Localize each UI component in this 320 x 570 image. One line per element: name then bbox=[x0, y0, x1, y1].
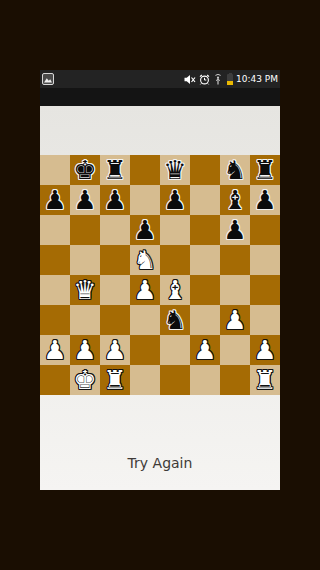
square-c3[interactable] bbox=[100, 305, 130, 335]
square-g4[interactable] bbox=[220, 275, 250, 305]
status-bar: 10:43 PM bbox=[40, 70, 280, 88]
square-c8[interactable]: ♜ bbox=[100, 155, 130, 185]
phone-screenshot: 10:43 PM ♚♜♛♞♜♟♟♟♟♝♟♟♟♞♛♟♝♞♟♟♟♟♟♟♚♜♜ Try… bbox=[40, 70, 280, 490]
square-f1[interactable] bbox=[190, 365, 220, 395]
square-a5[interactable] bbox=[40, 245, 70, 275]
square-e3[interactable]: ♞ bbox=[160, 305, 190, 335]
square-h7[interactable]: ♟ bbox=[250, 185, 280, 215]
square-b1[interactable]: ♚ bbox=[70, 365, 100, 395]
square-f7[interactable] bbox=[190, 185, 220, 215]
square-f8[interactable] bbox=[190, 155, 220, 185]
black-king: ♚ bbox=[73, 155, 96, 185]
app-header-strip bbox=[40, 88, 280, 106]
square-c4[interactable] bbox=[100, 275, 130, 305]
square-g7[interactable]: ♝ bbox=[220, 185, 250, 215]
square-e5[interactable] bbox=[160, 245, 190, 275]
black-rook: ♜ bbox=[253, 155, 276, 185]
white-king: ♚ bbox=[73, 365, 96, 395]
square-d8[interactable] bbox=[130, 155, 160, 185]
battery-icon bbox=[227, 74, 233, 85]
white-rook: ♜ bbox=[253, 365, 276, 395]
square-c7[interactable]: ♟ bbox=[100, 185, 130, 215]
chess-board[interactable]: ♚♜♛♞♜♟♟♟♟♝♟♟♟♞♛♟♝♞♟♟♟♟♟♟♚♜♜ bbox=[40, 155, 280, 395]
white-pawn: ♟ bbox=[43, 335, 66, 365]
black-pawn: ♟ bbox=[43, 185, 66, 215]
black-pawn: ♟ bbox=[223, 215, 246, 245]
square-b8[interactable]: ♚ bbox=[70, 155, 100, 185]
square-h6[interactable] bbox=[250, 215, 280, 245]
black-queen: ♛ bbox=[163, 155, 186, 185]
gallery-notification-icon bbox=[42, 73, 54, 85]
square-e4[interactable]: ♝ bbox=[160, 275, 190, 305]
square-g1[interactable] bbox=[220, 365, 250, 395]
square-f2[interactable]: ♟ bbox=[190, 335, 220, 365]
white-pawn: ♟ bbox=[223, 305, 246, 335]
black-bishop: ♝ bbox=[223, 185, 246, 215]
square-b4[interactable]: ♛ bbox=[70, 275, 100, 305]
square-h4[interactable] bbox=[250, 275, 280, 305]
square-a2[interactable]: ♟ bbox=[40, 335, 70, 365]
square-c5[interactable] bbox=[100, 245, 130, 275]
square-g5[interactable] bbox=[220, 245, 250, 275]
black-pawn: ♟ bbox=[133, 215, 156, 245]
white-pawn: ♟ bbox=[193, 335, 216, 365]
square-a1[interactable] bbox=[40, 365, 70, 395]
square-b2[interactable]: ♟ bbox=[70, 335, 100, 365]
square-a7[interactable]: ♟ bbox=[40, 185, 70, 215]
square-g2[interactable] bbox=[220, 335, 250, 365]
white-knight: ♞ bbox=[133, 245, 156, 275]
square-a3[interactable] bbox=[40, 305, 70, 335]
alarm-icon bbox=[199, 74, 210, 85]
square-c6[interactable] bbox=[100, 215, 130, 245]
white-rook: ♜ bbox=[103, 365, 126, 395]
square-e6[interactable] bbox=[160, 215, 190, 245]
white-bishop: ♝ bbox=[163, 275, 186, 305]
square-d4[interactable]: ♟ bbox=[130, 275, 160, 305]
app-content: ♚♜♛♞♜♟♟♟♟♝♟♟♟♞♛♟♝♞♟♟♟♟♟♟♚♜♜ Try Again bbox=[40, 106, 280, 490]
mute-icon bbox=[184, 74, 196, 85]
square-a8[interactable] bbox=[40, 155, 70, 185]
square-d6[interactable]: ♟ bbox=[130, 215, 160, 245]
white-pawn: ♟ bbox=[103, 335, 126, 365]
white-pawn: ♟ bbox=[73, 335, 96, 365]
square-f4[interactable] bbox=[190, 275, 220, 305]
black-knight: ♞ bbox=[223, 155, 246, 185]
square-a4[interactable] bbox=[40, 275, 70, 305]
white-pawn: ♟ bbox=[253, 335, 276, 365]
square-c1[interactable]: ♜ bbox=[100, 365, 130, 395]
black-rook: ♜ bbox=[103, 155, 126, 185]
square-b7[interactable]: ♟ bbox=[70, 185, 100, 215]
square-d5[interactable]: ♞ bbox=[130, 245, 160, 275]
square-g6[interactable]: ♟ bbox=[220, 215, 250, 245]
square-h2[interactable]: ♟ bbox=[250, 335, 280, 365]
status-bar-time: 10:43 PM bbox=[236, 70, 278, 88]
square-b3[interactable] bbox=[70, 305, 100, 335]
square-g3[interactable]: ♟ bbox=[220, 305, 250, 335]
square-d7[interactable] bbox=[130, 185, 160, 215]
white-queen: ♛ bbox=[73, 275, 96, 305]
square-a6[interactable] bbox=[40, 215, 70, 245]
try-again-button[interactable]: Try Again bbox=[40, 436, 280, 490]
black-pawn: ♟ bbox=[253, 185, 276, 215]
white-pawn: ♟ bbox=[133, 275, 156, 305]
square-c2[interactable]: ♟ bbox=[100, 335, 130, 365]
square-h3[interactable] bbox=[250, 305, 280, 335]
square-e8[interactable]: ♛ bbox=[160, 155, 190, 185]
square-d1[interactable] bbox=[130, 365, 160, 395]
square-d3[interactable] bbox=[130, 305, 160, 335]
square-h1[interactable]: ♜ bbox=[250, 365, 280, 395]
square-e7[interactable]: ♟ bbox=[160, 185, 190, 215]
signal-icon bbox=[213, 74, 223, 85]
black-pawn: ♟ bbox=[163, 185, 186, 215]
square-f3[interactable] bbox=[190, 305, 220, 335]
square-d2[interactable] bbox=[130, 335, 160, 365]
black-pawn: ♟ bbox=[103, 185, 126, 215]
square-b5[interactable] bbox=[70, 245, 100, 275]
square-g8[interactable]: ♞ bbox=[220, 155, 250, 185]
black-pawn: ♟ bbox=[73, 185, 96, 215]
square-h5[interactable] bbox=[250, 245, 280, 275]
square-b6[interactable] bbox=[70, 215, 100, 245]
square-f6[interactable] bbox=[190, 215, 220, 245]
square-h8[interactable]: ♜ bbox=[250, 155, 280, 185]
black-knight: ♞ bbox=[163, 305, 186, 335]
square-e1[interactable] bbox=[160, 365, 190, 395]
square-e2[interactable] bbox=[160, 335, 190, 365]
square-f5[interactable] bbox=[190, 245, 220, 275]
